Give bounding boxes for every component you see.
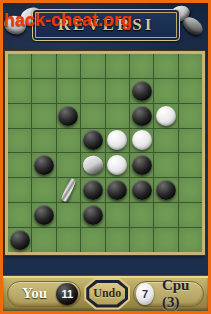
board-cell[interactable] xyxy=(130,129,153,153)
board-cell[interactable] xyxy=(154,153,177,177)
watermark-text: hack-cheat.org xyxy=(4,10,132,31)
black-disc xyxy=(156,180,176,200)
player-label: You xyxy=(22,285,47,302)
board-cell[interactable] xyxy=(32,79,55,103)
board-cell[interactable] xyxy=(154,79,177,103)
cpu-score-panel: 7 Cpu (3) xyxy=(133,281,204,307)
board-cell[interactable] xyxy=(32,203,55,227)
app-screen: REVERSI hack-cheat.org You 11 Undo 7 Cpu… xyxy=(0,0,211,314)
white-disc xyxy=(107,155,127,175)
board-cell[interactable] xyxy=(8,129,31,153)
board-cell[interactable] xyxy=(8,228,31,252)
board-cell[interactable] xyxy=(81,104,104,128)
black-disc xyxy=(83,180,103,200)
board-cell[interactable] xyxy=(130,178,153,202)
board-cell[interactable] xyxy=(57,178,80,202)
black-disc xyxy=(132,106,152,126)
board-cell[interactable] xyxy=(179,203,202,227)
board-cell[interactable] xyxy=(8,178,31,202)
white-disc xyxy=(132,130,152,150)
board-cell[interactable] xyxy=(32,54,55,78)
board-cell[interactable] xyxy=(8,203,31,227)
black-disc xyxy=(132,180,152,200)
board-cell[interactable] xyxy=(154,129,177,153)
reversi-board xyxy=(5,51,205,255)
board-cell[interactable] xyxy=(81,228,104,252)
board-cell[interactable] xyxy=(57,129,80,153)
board-cell[interactable] xyxy=(179,153,202,177)
board-cell[interactable] xyxy=(8,79,31,103)
board-cell[interactable] xyxy=(130,153,153,177)
player-score-disc: 11 xyxy=(56,283,78,305)
board-cell[interactable] xyxy=(130,203,153,227)
undo-button-label: Undo xyxy=(89,283,125,305)
board-cell[interactable] xyxy=(179,54,202,78)
board-cell[interactable] xyxy=(106,79,129,103)
black-disc xyxy=(132,155,152,175)
board-cell[interactable] xyxy=(179,129,202,153)
board-cell[interactable] xyxy=(106,54,129,78)
black-disc xyxy=(83,130,103,150)
board-cell[interactable] xyxy=(81,178,104,202)
board-cell[interactable] xyxy=(130,54,153,78)
board-cell[interactable] xyxy=(32,228,55,252)
board-cell[interactable] xyxy=(106,104,129,128)
board-cell[interactable] xyxy=(57,104,80,128)
board-cell[interactable] xyxy=(57,54,80,78)
board-cell[interactable] xyxy=(130,79,153,103)
board-cell[interactable] xyxy=(130,104,153,128)
board-cell[interactable] xyxy=(179,178,202,202)
board-cell[interactable] xyxy=(57,203,80,227)
board-cell[interactable] xyxy=(57,153,80,177)
undo-button-border: Undo xyxy=(86,280,128,308)
board-cell[interactable] xyxy=(106,178,129,202)
cpu-label: Cpu (3) xyxy=(162,277,201,311)
board-cell[interactable] xyxy=(8,54,31,78)
white-disc xyxy=(107,130,127,150)
board-cell[interactable] xyxy=(81,54,104,78)
board-cell[interactable] xyxy=(154,203,177,227)
board-cell[interactable] xyxy=(154,228,177,252)
board-cell[interactable] xyxy=(8,153,31,177)
board-cell[interactable] xyxy=(57,79,80,103)
board-cell[interactable] xyxy=(32,104,55,128)
board-cell[interactable] xyxy=(154,178,177,202)
board-cell[interactable] xyxy=(179,79,202,103)
header: REVERSI hack-cheat.org xyxy=(3,3,208,49)
board-cell[interactable] xyxy=(130,228,153,252)
black-disc xyxy=(83,205,103,225)
board-cell[interactable] xyxy=(81,203,104,227)
board-cell[interactable] xyxy=(32,178,55,202)
board-cell[interactable] xyxy=(179,104,202,128)
cpu-score-disc: 7 xyxy=(136,283,154,305)
white-disc xyxy=(156,106,176,126)
board-cell[interactable] xyxy=(32,129,55,153)
black-disc xyxy=(34,155,54,175)
board-cell[interactable] xyxy=(32,153,55,177)
board-cell[interactable] xyxy=(81,79,104,103)
player-score-panel: You 11 xyxy=(7,281,81,307)
board-cell[interactable] xyxy=(154,104,177,128)
black-disc xyxy=(58,106,78,126)
board-cell[interactable] xyxy=(81,153,104,177)
black-disc xyxy=(34,205,54,225)
board-cell[interactable] xyxy=(8,104,31,128)
board-cell[interactable] xyxy=(106,153,129,177)
black-disc xyxy=(132,81,152,101)
board-cell[interactable] xyxy=(154,54,177,78)
flipping-disc-edge-on xyxy=(61,178,76,203)
undo-button[interactable]: Undo xyxy=(84,278,130,310)
black-disc xyxy=(10,230,30,250)
board-cell[interactable] xyxy=(106,203,129,227)
flipping-disc-face-up xyxy=(81,155,104,176)
board-cell[interactable] xyxy=(106,129,129,153)
score-bar: You 11 Undo 7 Cpu (3) xyxy=(3,275,208,311)
board-cell[interactable] xyxy=(81,129,104,153)
board-cell[interactable] xyxy=(57,228,80,252)
board-cell[interactable] xyxy=(179,228,202,252)
black-disc xyxy=(107,180,127,200)
board-cell[interactable] xyxy=(106,228,129,252)
